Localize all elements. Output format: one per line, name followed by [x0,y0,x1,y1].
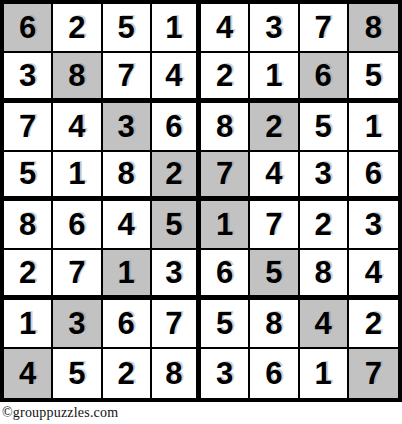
cell-r4c6[interactable]: 4 [250,152,299,201]
cell-r8c8[interactable]: 7 [349,349,398,398]
cell-r5c2[interactable]: 6 [53,201,102,250]
cell-r6c4[interactable]: 3 [152,250,201,299]
cell-r7c4[interactable]: 7 [152,300,201,349]
cell-r6c2[interactable]: 7 [53,250,102,299]
cell-r3c6[interactable]: 2 [250,103,299,152]
cell-r7c5[interactable]: 5 [201,300,250,349]
cell-r5c4[interactable]: 5 [152,201,201,250]
cell-r8c7[interactable]: 1 [300,349,349,398]
cell-r7c7[interactable]: 4 [300,300,349,349]
cell-r5c6[interactable]: 7 [250,201,299,250]
cell-r7c1[interactable]: 1 [4,300,53,349]
cell-r5c7[interactable]: 2 [300,201,349,250]
cell-r6c5[interactable]: 6 [201,250,250,299]
cell-r5c8[interactable]: 3 [349,201,398,250]
cell-r4c8[interactable]: 6 [349,152,398,201]
cell-r7c2[interactable]: 3 [53,300,102,349]
cell-r6c1[interactable]: 2 [4,250,53,299]
cell-r3c5[interactable]: 8 [201,103,250,152]
copyright-text: ©grouppuzzles.com [2,405,118,421]
cell-r6c8[interactable]: 4 [349,250,398,299]
cell-r4c7[interactable]: 3 [300,152,349,201]
cell-r1c5[interactable]: 4 [201,4,250,53]
cell-r5c3[interactable]: 4 [103,201,152,250]
cell-r1c4[interactable]: 1 [152,4,201,53]
cell-r3c3[interactable]: 3 [103,103,152,152]
cell-r5c5[interactable]: 1 [201,201,250,250]
cell-r7c8[interactable]: 2 [349,300,398,349]
cell-r2c6[interactable]: 1 [250,53,299,102]
cell-r2c2[interactable]: 8 [53,53,102,102]
cell-r6c3[interactable]: 1 [103,250,152,299]
cell-r1c1[interactable]: 6 [4,4,53,53]
cell-r3c4[interactable]: 6 [152,103,201,152]
cell-r2c4[interactable]: 4 [152,53,201,102]
cell-r6c7[interactable]: 8 [300,250,349,299]
sudoku-grid: 6251437838742165743682515182743686451723… [0,0,402,402]
cell-r3c1[interactable]: 7 [4,103,53,152]
cell-r2c3[interactable]: 7 [103,53,152,102]
cell-r4c4[interactable]: 2 [152,152,201,201]
cell-r1c2[interactable]: 2 [53,4,102,53]
cell-r7c6[interactable]: 8 [250,300,299,349]
cell-r4c2[interactable]: 1 [53,152,102,201]
cell-r2c7[interactable]: 6 [300,53,349,102]
cell-r8c1[interactable]: 4 [4,349,53,398]
cell-r1c6[interactable]: 3 [250,4,299,53]
cell-r1c8[interactable]: 8 [349,4,398,53]
cell-r8c2[interactable]: 5 [53,349,102,398]
cell-r8c5[interactable]: 3 [201,349,250,398]
cell-r5c1[interactable]: 8 [4,201,53,250]
cell-r7c3[interactable]: 6 [103,300,152,349]
cell-r4c1[interactable]: 5 [4,152,53,201]
cell-r3c7[interactable]: 5 [300,103,349,152]
cell-r3c2[interactable]: 4 [53,103,102,152]
cell-r2c5[interactable]: 2 [201,53,250,102]
cell-r3c8[interactable]: 1 [349,103,398,152]
cell-r8c4[interactable]: 8 [152,349,201,398]
cell-r4c5[interactable]: 7 [201,152,250,201]
cell-r8c3[interactable]: 2 [103,349,152,398]
cell-r1c7[interactable]: 7 [300,4,349,53]
cell-r2c1[interactable]: 3 [4,53,53,102]
cell-r4c3[interactable]: 8 [103,152,152,201]
cell-r8c6[interactable]: 6 [250,349,299,398]
cell-r1c3[interactable]: 5 [103,4,152,53]
cell-r6c6[interactable]: 5 [250,250,299,299]
cell-r2c8[interactable]: 5 [349,53,398,102]
